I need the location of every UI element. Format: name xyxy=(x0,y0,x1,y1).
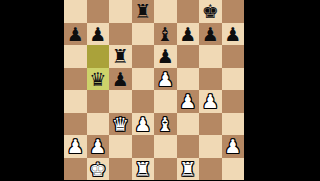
square-d6[interactable] xyxy=(132,45,155,68)
square-c5[interactable]: ♟ xyxy=(109,68,132,91)
chess-board: ♜♚♟♟♝♟♟♟♜♟♛♟♟♟♟♛♟♝♟♟♟♚♜♜ xyxy=(64,0,244,180)
square-a5[interactable] xyxy=(64,68,87,91)
app-canvas: ♜♚♟♟♝♟♟♟♜♟♛♟♟♟♟♛♟♝♟♟♟♚♜♜ xyxy=(0,0,320,180)
square-b6[interactable] xyxy=(87,45,110,68)
square-c4[interactable] xyxy=(109,90,132,113)
square-c7[interactable] xyxy=(109,23,132,46)
square-e1[interactable] xyxy=(154,158,177,181)
white-bishop[interactable]: ♝ xyxy=(157,112,174,135)
white-pawn[interactable]: ♟ xyxy=(224,135,241,158)
square-g2[interactable] xyxy=(199,135,222,158)
square-h2[interactable]: ♟ xyxy=(222,135,245,158)
square-f6[interactable] xyxy=(177,45,200,68)
square-b7[interactable]: ♟ xyxy=(87,23,110,46)
square-h1[interactable] xyxy=(222,158,245,181)
square-b2[interactable]: ♟ xyxy=(87,135,110,158)
square-h5[interactable] xyxy=(222,68,245,91)
square-f4[interactable]: ♟ xyxy=(177,90,200,113)
square-e4[interactable] xyxy=(154,90,177,113)
black-pawn[interactable]: ♟ xyxy=(224,22,241,45)
white-king[interactable]: ♚ xyxy=(89,157,106,180)
square-e8[interactable] xyxy=(154,0,177,23)
white-pawn[interactable]: ♟ xyxy=(89,135,106,158)
square-g7[interactable]: ♟ xyxy=(199,23,222,46)
square-d2[interactable] xyxy=(132,135,155,158)
square-d3[interactable]: ♟ xyxy=(132,113,155,136)
square-b8[interactable] xyxy=(87,0,110,23)
square-e7[interactable]: ♝ xyxy=(154,23,177,46)
square-e5[interactable]: ♟ xyxy=(154,68,177,91)
square-c2[interactable] xyxy=(109,135,132,158)
square-b4[interactable] xyxy=(87,90,110,113)
square-c8[interactable] xyxy=(109,0,132,23)
white-queen[interactable]: ♛ xyxy=(112,112,129,135)
square-f8[interactable] xyxy=(177,0,200,23)
white-pawn[interactable]: ♟ xyxy=(202,90,219,113)
black-queen[interactable]: ♛ xyxy=(89,67,106,90)
black-king[interactable]: ♚ xyxy=(202,0,219,22)
square-c6[interactable]: ♜ xyxy=(109,45,132,68)
square-f5[interactable] xyxy=(177,68,200,91)
square-g1[interactable] xyxy=(199,158,222,181)
square-e2[interactable] xyxy=(154,135,177,158)
square-a6[interactable] xyxy=(64,45,87,68)
square-c1[interactable] xyxy=(109,158,132,181)
square-a8[interactable] xyxy=(64,0,87,23)
white-pawn[interactable]: ♟ xyxy=(157,67,174,90)
square-h3[interactable] xyxy=(222,113,245,136)
square-f2[interactable] xyxy=(177,135,200,158)
square-f7[interactable]: ♟ xyxy=(177,23,200,46)
square-f1[interactable]: ♜ xyxy=(177,158,200,181)
square-d1[interactable]: ♜ xyxy=(132,158,155,181)
square-b1[interactable]: ♚ xyxy=(87,158,110,181)
square-a4[interactable] xyxy=(64,90,87,113)
square-a2[interactable]: ♟ xyxy=(64,135,87,158)
square-h7[interactable]: ♟ xyxy=(222,23,245,46)
square-h8[interactable] xyxy=(222,0,245,23)
square-b5[interactable]: ♛ xyxy=(87,68,110,91)
square-e3[interactable]: ♝ xyxy=(154,113,177,136)
black-pawn[interactable]: ♟ xyxy=(112,67,129,90)
square-g8[interactable]: ♚ xyxy=(199,0,222,23)
square-d8[interactable]: ♜ xyxy=(132,0,155,23)
square-h4[interactable] xyxy=(222,90,245,113)
square-e6[interactable]: ♟ xyxy=(154,45,177,68)
black-pawn[interactable]: ♟ xyxy=(157,45,174,68)
white-pawn[interactable]: ♟ xyxy=(134,112,151,135)
white-rook[interactable]: ♜ xyxy=(179,157,196,180)
square-g3[interactable] xyxy=(199,113,222,136)
black-rook[interactable]: ♜ xyxy=(134,0,151,22)
white-pawn[interactable]: ♟ xyxy=(179,90,196,113)
black-rook[interactable]: ♜ xyxy=(112,45,129,68)
black-bishop[interactable]: ♝ xyxy=(157,22,174,45)
square-d7[interactable] xyxy=(132,23,155,46)
black-pawn[interactable]: ♟ xyxy=(89,22,106,45)
white-pawn[interactable]: ♟ xyxy=(67,135,84,158)
black-pawn[interactable]: ♟ xyxy=(202,22,219,45)
square-a7[interactable]: ♟ xyxy=(64,23,87,46)
square-g6[interactable] xyxy=(199,45,222,68)
square-g5[interactable] xyxy=(199,68,222,91)
white-rook[interactable]: ♜ xyxy=(134,157,151,180)
black-pawn[interactable]: ♟ xyxy=(179,22,196,45)
square-f3[interactable] xyxy=(177,113,200,136)
square-g4[interactable]: ♟ xyxy=(199,90,222,113)
square-b3[interactable] xyxy=(87,113,110,136)
square-c3[interactable]: ♛ xyxy=(109,113,132,136)
square-d4[interactable] xyxy=(132,90,155,113)
square-h6[interactable] xyxy=(222,45,245,68)
square-a3[interactable] xyxy=(64,113,87,136)
square-d5[interactable] xyxy=(132,68,155,91)
black-pawn[interactable]: ♟ xyxy=(67,22,84,45)
square-a1[interactable] xyxy=(64,158,87,181)
